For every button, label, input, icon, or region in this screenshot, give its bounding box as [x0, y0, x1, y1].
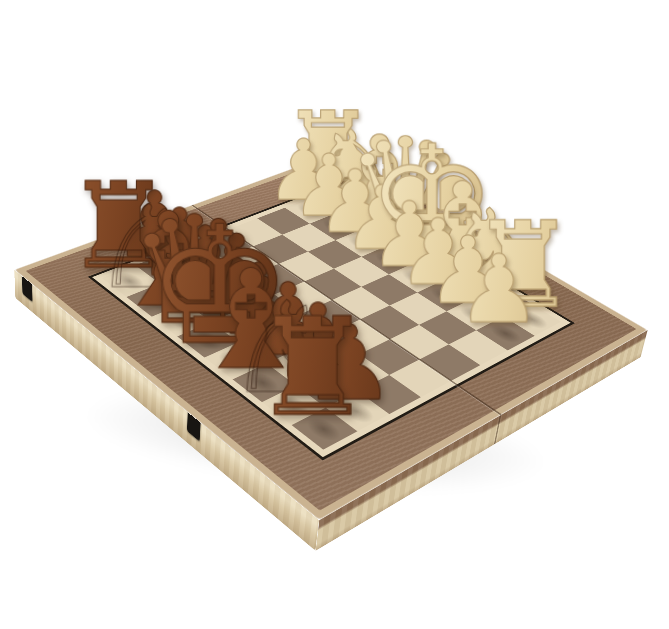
product-photo-stage: ♜♞♝♛♚♝♞♜♟♟♟♟♟♟♟♟♟♟♟♟♟♟♟♟♜♞♝♛♚♝♞♜ — [0, 0, 669, 629]
fold-seam-side — [494, 415, 501, 445]
piece-black-rook-h8[interactable]: ♜ — [198, 299, 427, 434]
rook-glyph: ♜ — [252, 299, 373, 434]
chess-board: ♜♞♝♛♚♝♞♜♟♟♟♟♟♟♟♟♟♟♟♟♟♟♟♟♜♞♝♛♚♝♞♜ — [14, 151, 647, 520]
pawn-glyph: ♟ — [456, 243, 540, 337]
scene: ♜♞♝♛♚♝♞♜♟♟♟♟♟♟♟♟♟♟♟♟♟♟♟♟♜♞♝♛♚♝♞♜ — [0, 0, 669, 629]
perspective-wrapper: ♜♞♝♛♚♝♞♜♟♟♟♟♟♟♟♟♟♟♟♟♟♟♟♟♜♞♝♛♚♝♞♜ — [0, 0, 669, 629]
